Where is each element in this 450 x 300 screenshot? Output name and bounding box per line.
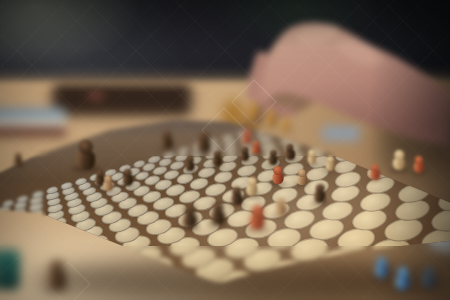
board-game-photo xyxy=(0,0,450,300)
pawn-dark[interactable] xyxy=(14,153,22,166)
pawn-dark[interactable] xyxy=(241,147,249,161)
pawn-cream[interactable] xyxy=(308,150,316,164)
pawn-blue[interactable] xyxy=(396,267,410,290)
pawn-dark[interactable] xyxy=(232,187,243,205)
pawn-blueDark[interactable] xyxy=(423,267,436,288)
pawn-dark[interactable] xyxy=(198,132,210,152)
pawn-red[interactable] xyxy=(250,205,265,230)
pawn-dark[interactable] xyxy=(183,205,197,228)
pawn-cream[interactable] xyxy=(326,156,335,171)
pawn-red[interactable] xyxy=(414,156,424,173)
pawn-tan[interactable] xyxy=(297,169,307,185)
pawn-dark[interactable] xyxy=(269,150,278,165)
pawn-dark[interactable] xyxy=(162,131,173,149)
pawn-red[interactable] xyxy=(370,164,380,180)
pawn-dark[interactable] xyxy=(285,144,295,160)
vignette xyxy=(0,0,450,300)
pawn-tan[interactable] xyxy=(276,198,287,216)
pawn-red[interactable] xyxy=(252,141,260,154)
pawn-blue[interactable] xyxy=(376,257,389,278)
pawn-gold[interactable] xyxy=(247,102,258,121)
pawn-gold[interactable] xyxy=(281,117,290,132)
pawn-tan[interactable] xyxy=(103,175,113,191)
pawn-dark[interactable] xyxy=(213,151,222,166)
pawn-cream[interactable] xyxy=(393,150,405,170)
pawn-dark[interactable] xyxy=(123,169,133,186)
pawn-cream[interactable] xyxy=(246,177,257,196)
pawn-dark[interactable] xyxy=(186,156,195,171)
pawn-dark[interactable] xyxy=(314,184,325,203)
pawn-red[interactable] xyxy=(243,129,252,144)
pawn-gold[interactable] xyxy=(266,110,276,127)
pawn-dark[interactable] xyxy=(77,140,95,170)
pawn-red[interactable] xyxy=(273,166,284,184)
pawn-dark[interactable] xyxy=(48,260,66,290)
pawn-dark[interactable] xyxy=(211,202,225,225)
